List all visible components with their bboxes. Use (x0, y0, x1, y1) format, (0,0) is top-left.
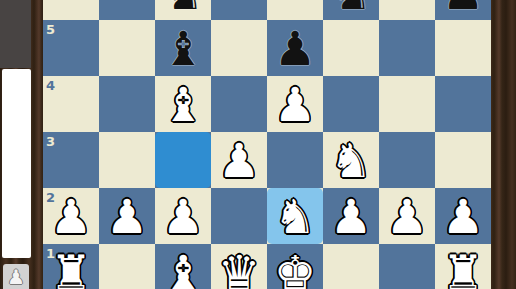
square-f2[interactable]: ♟ (323, 188, 379, 244)
square-a3[interactable]: 3 (43, 132, 99, 188)
piece-white-king-e1[interactable]: ♚ (267, 244, 323, 289)
left-gray-panel (0, 0, 31, 68)
piece-black-knight-c6[interactable]: ♞ (155, 0, 211, 20)
square-c3[interactable] (155, 132, 211, 188)
app-window: ♟ ♞♞♟5♝♟4♝♟3♟♞2♟♟♟♞♟♟♟1a♜bc♝d♛e♚fgh♜ (0, 0, 516, 289)
piece-black-bishop-c5[interactable]: ♝ (155, 20, 211, 76)
square-a5[interactable]: 5 (43, 20, 99, 76)
square-a1[interactable]: 1a♜ (43, 244, 99, 289)
lastmove-highlight-from-c3 (155, 132, 211, 188)
square-h4[interactable] (435, 76, 491, 132)
square-a2[interactable]: 2♟ (43, 188, 99, 244)
square-f1[interactable]: f (323, 244, 379, 289)
square-h1[interactable]: h♜ (435, 244, 491, 289)
square-d1[interactable]: d♛ (211, 244, 267, 289)
square-g4[interactable] (379, 76, 435, 132)
square-g3[interactable] (379, 132, 435, 188)
piece-white-pawn-a2[interactable]: ♟ (43, 188, 99, 244)
square-g2[interactable]: ♟ (379, 188, 435, 244)
square-f3[interactable]: ♞ (323, 132, 379, 188)
square-g5[interactable] (379, 20, 435, 76)
piece-white-bishop-c4[interactable]: ♝ (155, 76, 211, 132)
piece-white-pawn-e4[interactable]: ♟ (267, 76, 323, 132)
square-d2[interactable] (211, 188, 267, 244)
square-f4[interactable] (323, 76, 379, 132)
piece-black-knight-f6[interactable]: ♞ (323, 0, 379, 20)
piece-black-pawn-e5[interactable]: ♟ (267, 20, 323, 76)
square-c1[interactable]: c♝ (155, 244, 211, 289)
piece-white-pawn-h2[interactable]: ♟ (435, 188, 491, 244)
chess-board: ♞♞♟5♝♟4♝♟3♟♞2♟♟♟♞♟♟♟1a♜bc♝d♛e♚fgh♜ (43, 0, 491, 289)
square-g6[interactable] (379, 0, 435, 20)
white-pawn-icon: ♟ (7, 264, 25, 289)
square-f6[interactable]: ♞ (323, 0, 379, 20)
square-b6[interactable] (99, 0, 155, 20)
rank-label-4: 4 (46, 79, 55, 92)
left-white-panel (2, 69, 31, 258)
square-h5[interactable] (435, 20, 491, 76)
square-d4[interactable] (211, 76, 267, 132)
square-d5[interactable] (211, 20, 267, 76)
square-b5[interactable] (99, 20, 155, 76)
square-h6[interactable]: ♟ (435, 0, 491, 20)
square-a6[interactable] (43, 0, 99, 20)
piece-white-pawn-g2[interactable]: ♟ (379, 188, 435, 244)
square-b2[interactable]: ♟ (99, 188, 155, 244)
piece-white-pawn-d3[interactable]: ♟ (211, 132, 267, 188)
square-e2[interactable]: ♞ (267, 188, 323, 244)
square-b1[interactable]: b (99, 244, 155, 289)
square-d3[interactable]: ♟ (211, 132, 267, 188)
square-e4[interactable]: ♟ (267, 76, 323, 132)
rank-label-3: 3 (46, 135, 55, 148)
square-e6[interactable] (267, 0, 323, 20)
square-c6[interactable]: ♞ (155, 0, 211, 20)
square-a4[interactable]: 4 (43, 76, 99, 132)
piece-white-bishop-c1[interactable]: ♝ (155, 244, 211, 289)
square-b4[interactable] (99, 76, 155, 132)
piece-white-rook-h1[interactable]: ♜ (435, 244, 491, 289)
piece-black-pawn-h6[interactable]: ♟ (435, 0, 491, 20)
square-e3[interactable] (267, 132, 323, 188)
square-g1[interactable]: g (379, 244, 435, 289)
square-e5[interactable]: ♟ (267, 20, 323, 76)
square-h2[interactable]: ♟ (435, 188, 491, 244)
square-b3[interactable] (99, 132, 155, 188)
square-f5[interactable] (323, 20, 379, 76)
rank-label-5: 5 (46, 23, 55, 36)
square-d6[interactable] (211, 0, 267, 20)
piece-white-pawn-c2[interactable]: ♟ (155, 188, 211, 244)
square-h3[interactable] (435, 132, 491, 188)
piece-white-knight-e2[interactable]: ♞ (267, 188, 323, 244)
pawn-thumbnail-tile[interactable]: ♟ (3, 264, 29, 289)
square-c5[interactable]: ♝ (155, 20, 211, 76)
piece-white-rook-a1[interactable]: ♜ (43, 244, 99, 289)
square-e1[interactable]: e♚ (267, 244, 323, 289)
piece-white-knight-f3[interactable]: ♞ (323, 132, 379, 188)
square-c2[interactable]: ♟ (155, 188, 211, 244)
piece-white-queen-d1[interactable]: ♛ (211, 244, 267, 289)
square-c4[interactable]: ♝ (155, 76, 211, 132)
piece-white-pawn-f2[interactable]: ♟ (323, 188, 379, 244)
piece-white-pawn-b2[interactable]: ♟ (99, 188, 155, 244)
